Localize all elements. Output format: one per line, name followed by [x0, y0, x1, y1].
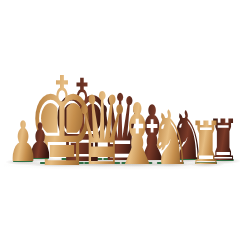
white-rook-glyph: ♜	[189, 113, 222, 173]
white-rook: ♜	[179, 113, 233, 162]
white-pawn-glyph: ♟	[7, 114, 38, 170]
white-pawn: ♟	[0, 114, 48, 160]
chess-set-product-photo: ♟♟♚♚♛♛♝♝♞♞♜♜	[0, 0, 240, 240]
